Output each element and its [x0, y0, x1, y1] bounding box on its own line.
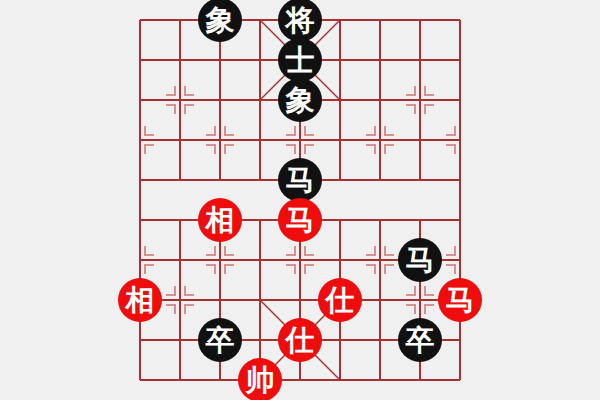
point-8-7[interactable]: 马 — [440, 280, 480, 320]
point-4-7[interactable] — [280, 280, 320, 320]
point-1-3[interactable] — [160, 120, 200, 160]
point-0-7[interactable]: 相 — [120, 280, 160, 320]
point-4-0[interactable]: 将 — [280, 0, 320, 40]
point-7-2[interactable] — [400, 80, 440, 120]
point-7-0[interactable] — [400, 0, 440, 40]
point-4-9[interactable] — [280, 360, 320, 400]
point-1-7[interactable] — [160, 280, 200, 320]
point-2-9[interactable] — [200, 360, 240, 400]
point-3-9[interactable]: 帅 — [240, 360, 280, 400]
point-0-4[interactable] — [120, 160, 160, 200]
point-1-1[interactable] — [160, 40, 200, 80]
point-0-2[interactable] — [120, 80, 160, 120]
point-4-5[interactable]: 马 — [280, 200, 320, 240]
point-2-2[interactable] — [200, 80, 240, 120]
point-7-7[interactable] — [400, 280, 440, 320]
point-6-8[interactable] — [360, 320, 400, 360]
point-8-5[interactable] — [440, 200, 480, 240]
point-5-9[interactable] — [320, 360, 360, 400]
point-0-8[interactable] — [120, 320, 160, 360]
point-7-8[interactable]: 卒 — [400, 320, 440, 360]
point-5-0[interactable] — [320, 0, 360, 40]
point-3-1[interactable] — [240, 40, 280, 80]
point-6-5[interactable] — [360, 200, 400, 240]
point-1-6[interactable] — [160, 240, 200, 280]
xiangqi-app: 象将士象马相马马相仕马卒仕卒帅 — [0, 0, 600, 400]
black-horse-piece[interactable]: 马 — [278, 158, 322, 202]
point-2-6[interactable] — [200, 240, 240, 280]
point-7-9[interactable] — [400, 360, 440, 400]
point-4-6[interactable] — [280, 240, 320, 280]
point-5-5[interactable] — [320, 200, 360, 240]
point-8-2[interactable] — [440, 80, 480, 120]
point-1-5[interactable] — [160, 200, 200, 240]
red-horse-piece[interactable]: 马 — [278, 198, 322, 242]
point-8-9[interactable] — [440, 360, 480, 400]
point-0-5[interactable] — [120, 200, 160, 240]
point-2-0[interactable]: 象 — [200, 0, 240, 40]
point-3-8[interactable] — [240, 320, 280, 360]
black-advisor-piece[interactable]: 士 — [278, 38, 322, 82]
point-2-7[interactable] — [200, 280, 240, 320]
point-6-1[interactable] — [360, 40, 400, 80]
point-8-8[interactable] — [440, 320, 480, 360]
point-4-4[interactable]: 马 — [280, 160, 320, 200]
black-elephant-piece[interactable]: 象 — [278, 78, 322, 122]
point-6-9[interactable] — [360, 360, 400, 400]
point-7-6[interactable]: 马 — [400, 240, 440, 280]
point-5-2[interactable] — [320, 80, 360, 120]
red-advisor-piece[interactable]: 仕 — [278, 318, 322, 362]
point-5-6[interactable] — [320, 240, 360, 280]
point-8-6[interactable] — [440, 240, 480, 280]
point-2-8[interactable]: 卒 — [200, 320, 240, 360]
point-1-0[interactable] — [160, 0, 200, 40]
point-0-9[interactable] — [120, 360, 160, 400]
point-0-3[interactable] — [120, 120, 160, 160]
black-pawn-piece[interactable]: 卒 — [198, 318, 242, 362]
black-pawn-piece[interactable]: 卒 — [398, 318, 442, 362]
point-7-4[interactable] — [400, 160, 440, 200]
point-1-9[interactable] — [160, 360, 200, 400]
point-4-8[interactable]: 仕 — [280, 320, 320, 360]
point-5-7[interactable]: 仕 — [320, 280, 360, 320]
xiangqi-board: 象将士象马相马马相仕马卒仕卒帅 — [120, 0, 480, 400]
point-4-1[interactable]: 士 — [280, 40, 320, 80]
black-horse-piece[interactable]: 马 — [398, 238, 442, 282]
red-elephant-piece[interactable]: 相 — [198, 198, 242, 242]
point-3-5[interactable] — [240, 200, 280, 240]
point-0-6[interactable] — [120, 240, 160, 280]
point-1-2[interactable] — [160, 80, 200, 120]
point-0-1[interactable] — [120, 40, 160, 80]
point-8-1[interactable] — [440, 40, 480, 80]
point-6-3[interactable] — [360, 120, 400, 160]
point-1-8[interactable] — [160, 320, 200, 360]
point-7-3[interactable] — [400, 120, 440, 160]
point-5-4[interactable] — [320, 160, 360, 200]
point-6-6[interactable] — [360, 240, 400, 280]
point-5-8[interactable] — [320, 320, 360, 360]
point-6-0[interactable] — [360, 0, 400, 40]
point-3-3[interactable] — [240, 120, 280, 160]
point-5-1[interactable] — [320, 40, 360, 80]
point-2-4[interactable] — [200, 160, 240, 200]
red-elephant-piece[interactable]: 相 — [118, 278, 162, 322]
point-2-5[interactable]: 相 — [200, 200, 240, 240]
black-general-piece[interactable]: 将 — [278, 0, 322, 42]
point-8-4[interactable] — [440, 160, 480, 200]
point-4-2[interactable]: 象 — [280, 80, 320, 120]
red-advisor-piece[interactable]: 仕 — [318, 278, 362, 322]
red-horse-piece[interactable]: 马 — [438, 278, 482, 322]
point-8-0[interactable] — [440, 0, 480, 40]
point-4-3[interactable] — [280, 120, 320, 160]
point-2-1[interactable] — [200, 40, 240, 80]
black-elephant-piece[interactable]: 象 — [198, 0, 242, 42]
point-3-6[interactable] — [240, 240, 280, 280]
point-3-0[interactable] — [240, 0, 280, 40]
point-5-3[interactable] — [320, 120, 360, 160]
point-6-4[interactable] — [360, 160, 400, 200]
point-0-0[interactable] — [120, 0, 160, 40]
point-3-7[interactable] — [240, 280, 280, 320]
point-6-7[interactable] — [360, 280, 400, 320]
point-8-3[interactable] — [440, 120, 480, 160]
point-1-4[interactable] — [160, 160, 200, 200]
red-general-piece[interactable]: 帅 — [238, 358, 282, 400]
point-7-5[interactable] — [400, 200, 440, 240]
board-grid: 象将士象马相马马相仕马卒仕卒帅 — [120, 0, 480, 400]
point-7-1[interactable] — [400, 40, 440, 80]
point-3-2[interactable] — [240, 80, 280, 120]
point-6-2[interactable] — [360, 80, 400, 120]
point-2-3[interactable] — [200, 120, 240, 160]
point-3-4[interactable] — [240, 160, 280, 200]
